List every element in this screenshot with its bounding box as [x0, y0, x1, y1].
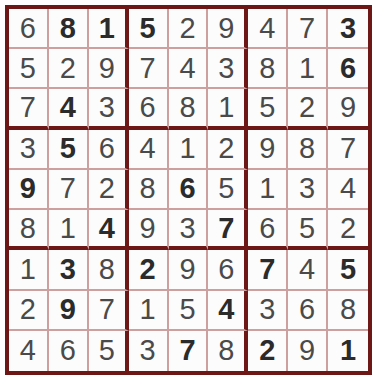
- cell-r7c8[interactable]: 4: [288, 250, 328, 290]
- cell-r1c3[interactable]: 1: [89, 9, 129, 49]
- cell-r2c5[interactable]: 4: [169, 49, 209, 89]
- cell-r1c7[interactable]: 4: [248, 9, 288, 49]
- cell-r4c2[interactable]: 5: [49, 130, 89, 170]
- cell-r4c5[interactable]: 1: [169, 130, 209, 170]
- cell-r8c9[interactable]: 8: [328, 291, 368, 331]
- cell-r8c2[interactable]: 9: [49, 291, 89, 331]
- cell-r8c7[interactable]: 3: [248, 291, 288, 331]
- cell-r5c5[interactable]: 6: [169, 170, 209, 210]
- cell-r8c4[interactable]: 1: [129, 291, 169, 331]
- cell-r6c4[interactable]: 9: [129, 210, 169, 250]
- cell-r5c6[interactable]: 5: [208, 170, 248, 210]
- cell-r2c8[interactable]: 1: [288, 49, 328, 89]
- cell-r3c8[interactable]: 2: [288, 89, 328, 129]
- sudoku-board: 6815294735297438167436815293564129879728…: [5, 5, 372, 375]
- cell-r6c9[interactable]: 2: [328, 210, 368, 250]
- cell-r9c5[interactable]: 7: [169, 331, 209, 371]
- cell-r3c2[interactable]: 4: [49, 89, 89, 129]
- cell-r6c2[interactable]: 1: [49, 210, 89, 250]
- cell-r2c6[interactable]: 3: [208, 49, 248, 89]
- cell-r2c3[interactable]: 9: [89, 49, 129, 89]
- cell-r1c6[interactable]: 9: [208, 9, 248, 49]
- cell-r3c1[interactable]: 7: [9, 89, 49, 129]
- cell-r3c9[interactable]: 9: [328, 89, 368, 129]
- cell-r5c8[interactable]: 3: [288, 170, 328, 210]
- cell-r5c2[interactable]: 7: [49, 170, 89, 210]
- cell-r9c9[interactable]: 1: [328, 331, 368, 371]
- cell-r2c2[interactable]: 2: [49, 49, 89, 89]
- cell-r1c8[interactable]: 7: [288, 9, 328, 49]
- cell-r2c1[interactable]: 5: [9, 49, 49, 89]
- cell-r4c6[interactable]: 2: [208, 130, 248, 170]
- cell-r9c8[interactable]: 9: [288, 331, 328, 371]
- cell-r4c9[interactable]: 7: [328, 130, 368, 170]
- cell-r1c5[interactable]: 2: [169, 9, 209, 49]
- cell-r8c5[interactable]: 5: [169, 291, 209, 331]
- cell-r7c2[interactable]: 3: [49, 250, 89, 290]
- cell-r1c2[interactable]: 8: [49, 9, 89, 49]
- cell-r6c8[interactable]: 5: [288, 210, 328, 250]
- cell-r4c1[interactable]: 3: [9, 130, 49, 170]
- cell-r6c6[interactable]: 7: [208, 210, 248, 250]
- cell-r3c4[interactable]: 6: [129, 89, 169, 129]
- cell-r5c7[interactable]: 1: [248, 170, 288, 210]
- cell-r9c1[interactable]: 4: [9, 331, 49, 371]
- cell-r5c9[interactable]: 4: [328, 170, 368, 210]
- cell-r9c3[interactable]: 5: [89, 331, 129, 371]
- cell-r8c1[interactable]: 2: [9, 291, 49, 331]
- cell-r4c4[interactable]: 4: [129, 130, 169, 170]
- cell-r9c6[interactable]: 8: [208, 331, 248, 371]
- cell-r8c3[interactable]: 7: [89, 291, 129, 331]
- cell-r9c7[interactable]: 2: [248, 331, 288, 371]
- cell-r7c4[interactable]: 2: [129, 250, 169, 290]
- cell-r7c3[interactable]: 8: [89, 250, 129, 290]
- cell-r3c7[interactable]: 5: [248, 89, 288, 129]
- cell-r9c4[interactable]: 3: [129, 331, 169, 371]
- cell-r3c3[interactable]: 3: [89, 89, 129, 129]
- cell-r6c5[interactable]: 3: [169, 210, 209, 250]
- cell-r2c7[interactable]: 8: [248, 49, 288, 89]
- cell-r7c5[interactable]: 9: [169, 250, 209, 290]
- cell-r5c3[interactable]: 2: [89, 170, 129, 210]
- cell-r1c4[interactable]: 5: [129, 9, 169, 49]
- cell-r8c8[interactable]: 6: [288, 291, 328, 331]
- cell-r2c9[interactable]: 6: [328, 49, 368, 89]
- cell-r6c7[interactable]: 6: [248, 210, 288, 250]
- cell-r1c1[interactable]: 6: [9, 9, 49, 49]
- cell-r7c1[interactable]: 1: [9, 250, 49, 290]
- cell-r4c7[interactable]: 9: [248, 130, 288, 170]
- cell-r7c6[interactable]: 6: [208, 250, 248, 290]
- cell-r6c3[interactable]: 4: [89, 210, 129, 250]
- cell-r6c1[interactable]: 8: [9, 210, 49, 250]
- cell-r4c8[interactable]: 8: [288, 130, 328, 170]
- cell-r7c9[interactable]: 5: [328, 250, 368, 290]
- cell-r5c4[interactable]: 8: [129, 170, 169, 210]
- cell-r9c2[interactable]: 6: [49, 331, 89, 371]
- cell-r3c5[interactable]: 8: [169, 89, 209, 129]
- cell-r2c4[interactable]: 7: [129, 49, 169, 89]
- cell-r4c3[interactable]: 6: [89, 130, 129, 170]
- cell-r3c6[interactable]: 1: [208, 89, 248, 129]
- cell-r8c6[interactable]: 4: [208, 291, 248, 331]
- cell-r7c7[interactable]: 7: [248, 250, 288, 290]
- cell-r5c1[interactable]: 9: [9, 170, 49, 210]
- cell-r1c9[interactable]: 3: [328, 9, 368, 49]
